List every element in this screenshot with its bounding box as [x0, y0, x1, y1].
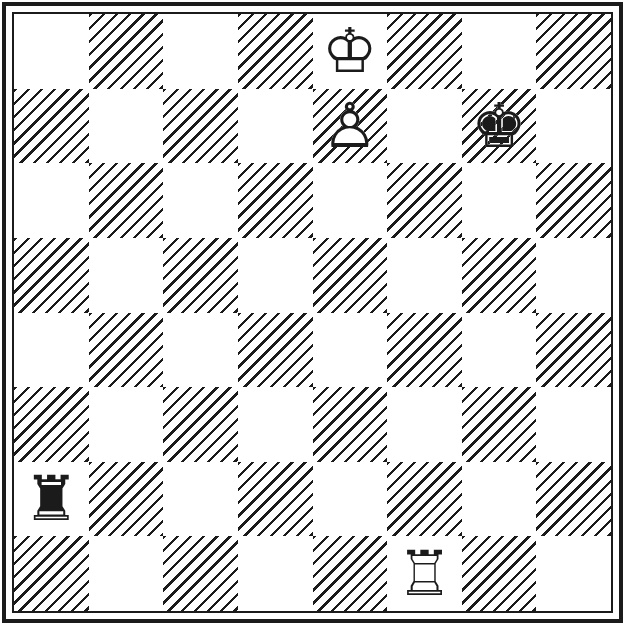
square-f1[interactable]: ♜♖	[387, 536, 462, 611]
square-d5[interactable]	[238, 238, 313, 313]
black-king: ♚	[464, 91, 534, 161]
black-rook: ♜	[16, 464, 86, 534]
square-b3[interactable]	[89, 387, 164, 462]
black-rook-icon: ♜♜	[16, 464, 86, 534]
square-e2[interactable]	[313, 462, 388, 537]
square-d1[interactable]	[238, 536, 313, 611]
square-c7[interactable]	[163, 89, 238, 164]
square-b4[interactable]	[89, 313, 164, 388]
square-g3[interactable]	[462, 387, 537, 462]
square-g6[interactable]	[462, 163, 537, 238]
chess-board: ♚♔♟♙♚♚♜♜♜♖	[14, 14, 611, 611]
square-h2[interactable]	[536, 462, 611, 537]
square-f7[interactable]	[387, 89, 462, 164]
square-b7[interactable]	[89, 89, 164, 164]
black-king-icon: ♚♚	[464, 91, 534, 161]
square-a7[interactable]	[14, 89, 89, 164]
white-rook: ♖	[389, 539, 459, 609]
square-b6[interactable]	[89, 163, 164, 238]
square-a3[interactable]	[14, 387, 89, 462]
square-d7[interactable]	[238, 89, 313, 164]
square-d2[interactable]	[238, 462, 313, 537]
square-a5[interactable]	[14, 238, 89, 313]
square-f3[interactable]	[387, 387, 462, 462]
square-h1[interactable]	[536, 536, 611, 611]
square-d6[interactable]	[238, 163, 313, 238]
square-g5[interactable]	[462, 238, 537, 313]
square-h5[interactable]	[536, 238, 611, 313]
square-e4[interactable]	[313, 313, 388, 388]
square-h6[interactable]	[536, 163, 611, 238]
square-h7[interactable]	[536, 89, 611, 164]
square-f6[interactable]	[387, 163, 462, 238]
square-c2[interactable]	[163, 462, 238, 537]
square-f5[interactable]	[387, 238, 462, 313]
square-b5[interactable]	[89, 238, 164, 313]
square-c3[interactable]	[163, 387, 238, 462]
square-e5[interactable]	[313, 238, 388, 313]
square-e6[interactable]	[313, 163, 388, 238]
white-rook-icon: ♜♖	[389, 539, 459, 609]
square-f8[interactable]	[387, 14, 462, 89]
square-b2[interactable]	[89, 462, 164, 537]
square-f4[interactable]	[387, 313, 462, 388]
square-h4[interactable]	[536, 313, 611, 388]
square-g2[interactable]	[462, 462, 537, 537]
square-b8[interactable]	[89, 14, 164, 89]
square-g4[interactable]	[462, 313, 537, 388]
white-pawn-icon: ♟♙	[315, 91, 385, 161]
square-c4[interactable]	[163, 313, 238, 388]
square-a8[interactable]	[14, 14, 89, 89]
square-h8[interactable]	[536, 14, 611, 89]
square-d4[interactable]	[238, 313, 313, 388]
square-c1[interactable]	[163, 536, 238, 611]
white-king: ♔	[315, 16, 385, 86]
square-a1[interactable]	[14, 536, 89, 611]
square-b1[interactable]	[89, 536, 164, 611]
square-c6[interactable]	[163, 163, 238, 238]
white-king-icon: ♚♔	[315, 16, 385, 86]
square-d3[interactable]	[238, 387, 313, 462]
square-e8[interactable]: ♚♔	[313, 14, 388, 89]
square-a2[interactable]: ♜♜	[14, 462, 89, 537]
square-a4[interactable]	[14, 313, 89, 388]
square-d8[interactable]	[238, 14, 313, 89]
square-c8[interactable]	[163, 14, 238, 89]
square-e1[interactable]	[313, 536, 388, 611]
board-inner-border: ♚♔♟♙♚♚♜♜♜♖	[12, 12, 613, 613]
square-h3[interactable]	[536, 387, 611, 462]
square-g1[interactable]	[462, 536, 537, 611]
square-g7[interactable]: ♚♚	[462, 89, 537, 164]
square-c5[interactable]	[163, 238, 238, 313]
square-a6[interactable]	[14, 163, 89, 238]
square-e3[interactable]	[313, 387, 388, 462]
square-g8[interactable]	[462, 14, 537, 89]
chess-diagram-frame: ♚♔♟♙♚♚♜♜♜♖	[2, 2, 623, 623]
white-pawn: ♙	[315, 91, 385, 161]
square-f2[interactable]	[387, 462, 462, 537]
square-e7[interactable]: ♟♙	[313, 89, 388, 164]
